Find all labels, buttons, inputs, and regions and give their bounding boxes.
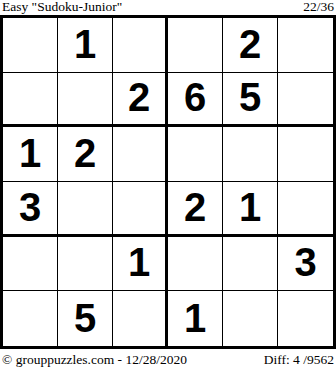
cell-r6c5[interactable] (223, 291, 278, 346)
page-title: Easy "Sudoku-Junior" (2, 0, 122, 14)
cell-r1c1[interactable] (3, 18, 58, 73)
cell-r6c4[interactable]: 1 (168, 291, 223, 346)
difficulty-text: Diff: 4 /9562 (264, 353, 334, 367)
cell-r2c5[interactable]: 5 (223, 73, 278, 128)
footer: © grouppuzzles.com - 12/28/2020 Diff: 4 … (0, 349, 336, 370)
cell-r5c5[interactable] (223, 237, 278, 292)
cell-r3c1[interactable]: 1 (3, 127, 58, 182)
cell-r1c6[interactable] (278, 18, 333, 73)
page-counter: 22/36 (303, 0, 334, 14)
cell-r1c4[interactable] (168, 18, 223, 73)
cell-r4c4[interactable]: 2 (168, 182, 223, 237)
cell-r3c2[interactable]: 2 (58, 127, 113, 182)
sudoku-board: 12265123211351 (0, 15, 336, 349)
cell-r5c6[interactable]: 3 (278, 237, 333, 292)
puzzle-page: Easy "Sudoku-Junior" 22/36 1226512321135… (0, 0, 336, 370)
cell-r6c6[interactable] (278, 291, 333, 346)
copyright-text: © grouppuzzles.com - 12/28/2020 (2, 353, 187, 367)
cell-r5c4[interactable] (168, 237, 223, 292)
cell-r4c2[interactable] (58, 182, 113, 237)
cell-r3c6[interactable] (278, 127, 333, 182)
cell-r2c2[interactable] (58, 73, 113, 128)
cell-r2c1[interactable] (3, 73, 58, 128)
cell-r4c6[interactable] (278, 182, 333, 237)
header: Easy "Sudoku-Junior" 22/36 (0, 0, 336, 15)
cell-r5c1[interactable] (3, 237, 58, 292)
cell-r3c4[interactable] (168, 127, 223, 182)
cell-r6c1[interactable] (3, 291, 58, 346)
cell-r4c3[interactable] (113, 182, 168, 237)
cell-r2c3[interactable]: 2 (113, 73, 168, 128)
cell-r4c5[interactable]: 1 (223, 182, 278, 237)
cell-r1c2[interactable]: 1 (58, 18, 113, 73)
cell-r3c5[interactable] (223, 127, 278, 182)
cell-r3c3[interactable] (113, 127, 168, 182)
cell-r1c3[interactable] (113, 18, 168, 73)
cell-r1c5[interactable]: 2 (223, 18, 278, 73)
cell-r6c3[interactable] (113, 291, 168, 346)
cell-r5c3[interactable]: 1 (113, 237, 168, 292)
cell-r2c4[interactable]: 6 (168, 73, 223, 128)
cell-r5c2[interactable] (58, 237, 113, 292)
cell-r6c2[interactable]: 5 (58, 291, 113, 346)
cell-r2c6[interactable] (278, 73, 333, 128)
cell-r4c1[interactable]: 3 (3, 182, 58, 237)
